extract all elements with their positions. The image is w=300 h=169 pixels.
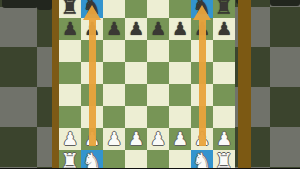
piece-white-rook[interactable]: ♜ [215,151,234,169]
square-d5[interactable] [125,62,147,84]
square-g1[interactable]: ♞ [191,150,213,168]
square-e6[interactable] [147,40,169,62]
piece-white-pawn[interactable]: ♟ [106,130,122,148]
square-d6[interactable] [125,40,147,62]
square-f4[interactable] [169,84,191,106]
arrow-shaft [89,20,96,146]
piece-black-rook[interactable]: ♜ [61,0,80,18]
square-h6[interactable] [213,40,235,62]
square-d3[interactable] [125,106,147,128]
piece-black-pawn[interactable]: ♟ [106,20,122,38]
square-f2[interactable]: ♟ [169,128,191,150]
square-e4[interactable] [147,84,169,106]
square-a6[interactable] [59,40,81,62]
square-f7[interactable]: ♟ [169,18,191,40]
arrow-b1-b8 [83,5,101,146]
background-blur-left [0,0,59,168]
square-f8[interactable] [169,0,191,18]
square-e7[interactable]: ♟ [147,18,169,40]
square-d1[interactable] [125,150,147,168]
blurred-pieces-blob [270,0,300,6]
square-c1[interactable] [103,150,125,168]
piece-white-pawn[interactable]: ♟ [150,130,166,148]
piece-black-pawn[interactable]: ♟ [216,20,232,38]
square-f5[interactable] [169,62,191,84]
blurred-pieces-blob [2,0,38,8]
arrow-head-icon [83,5,101,20]
video-frame: ♜♞♞♜♟♟♟♟♟♟♟♟♟♟♟♟♟♟♟♟♜♞♞♜ [0,0,300,168]
piece-black-pawn[interactable]: ♟ [150,20,166,38]
piece-white-pawn[interactable]: ♟ [172,130,188,148]
square-f1[interactable] [169,150,191,168]
arrow-shaft [199,20,206,146]
square-d4[interactable] [125,84,147,106]
square-c8[interactable] [103,0,125,18]
square-e3[interactable] [147,106,169,128]
square-c4[interactable] [103,84,125,106]
square-h7[interactable]: ♟ [213,18,235,40]
square-h3[interactable] [213,106,235,128]
square-c7[interactable]: ♟ [103,18,125,40]
piece-white-rook[interactable]: ♜ [61,151,80,169]
piece-white-pawn[interactable]: ♟ [62,130,78,148]
square-h4[interactable] [213,84,235,106]
square-a4[interactable] [59,84,81,106]
square-d2[interactable]: ♟ [125,128,147,150]
square-c5[interactable] [103,62,125,84]
square-d8[interactable] [125,0,147,18]
square-e8[interactable] [147,0,169,18]
arrow-head-icon [193,5,211,20]
piece-black-rook[interactable]: ♜ [215,0,234,18]
piece-white-pawn[interactable]: ♟ [216,130,232,148]
square-c6[interactable] [103,40,125,62]
piece-white-knight[interactable]: ♞ [193,151,212,169]
square-a7[interactable]: ♟ [59,18,81,40]
arrow-g1-g8 [193,5,211,146]
blurred-arrow-strip [52,0,59,168]
square-c2[interactable]: ♟ [103,128,125,150]
square-e5[interactable] [147,62,169,84]
square-h1[interactable]: ♜ [213,150,235,168]
blurred-pieces-blob [37,0,52,10]
blurred-arrow-strip [238,0,251,168]
square-a8[interactable]: ♜ [59,0,81,18]
square-e2[interactable]: ♟ [147,128,169,150]
square-b1[interactable]: ♞ [81,150,103,168]
piece-black-pawn[interactable]: ♟ [172,20,188,38]
piece-white-knight[interactable]: ♞ [83,151,102,169]
square-c3[interactable] [103,106,125,128]
square-a5[interactable] [59,62,81,84]
piece-black-pawn[interactable]: ♟ [62,20,78,38]
square-d7[interactable]: ♟ [125,18,147,40]
chess-video-region: ♜♞♞♜♟♟♟♟♟♟♟♟♟♟♟♟♟♟♟♟♜♞♞♜ [59,0,235,168]
square-h5[interactable] [213,62,235,84]
square-a3[interactable] [59,106,81,128]
square-f6[interactable] [169,40,191,62]
piece-white-pawn[interactable]: ♟ [128,130,144,148]
square-f3[interactable] [169,106,191,128]
square-e1[interactable] [147,150,169,168]
square-a2[interactable]: ♟ [59,128,81,150]
background-blur-right [235,0,300,168]
square-h8[interactable]: ♜ [213,0,235,18]
square-a1[interactable]: ♜ [59,150,81,168]
square-h2[interactable]: ♟ [213,128,235,150]
piece-black-pawn[interactable]: ♟ [128,20,144,38]
